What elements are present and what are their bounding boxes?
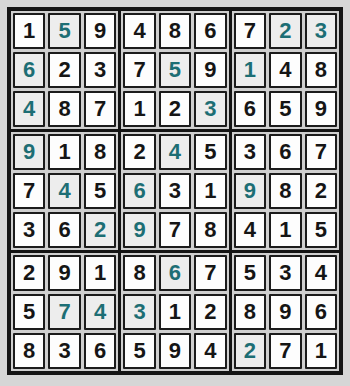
sudoku-cell-r6c9[interactable]: 5 bbox=[305, 212, 337, 248]
sudoku-cell-r8c3[interactable]: 4 bbox=[84, 294, 116, 330]
sudoku-cell-r8c6[interactable]: 2 bbox=[194, 294, 226, 330]
sudoku-box-5: 245631978 bbox=[121, 132, 228, 250]
sudoku-cell-r1c6[interactable]: 6 bbox=[194, 13, 226, 49]
sudoku-cell-r1c2[interactable]: 5 bbox=[48, 13, 80, 49]
sudoku-cell-r9c2[interactable]: 3 bbox=[48, 333, 80, 369]
sudoku-cell-r6c6[interactable]: 8 bbox=[194, 212, 226, 248]
sudoku-cell-r7c7[interactable]: 5 bbox=[234, 255, 266, 291]
sudoku-cell-r3c4[interactable]: 1 bbox=[123, 91, 155, 127]
sudoku-cell-r7c8[interactable]: 3 bbox=[269, 255, 301, 291]
sudoku-cell-r4c2[interactable]: 1 bbox=[48, 134, 80, 170]
sudoku-page: 159623487 486759123 723148659 918745362 … bbox=[0, 0, 350, 386]
sudoku-cell-r6c1[interactable]: 3 bbox=[13, 212, 45, 248]
sudoku-cell-r4c6[interactable]: 5 bbox=[194, 134, 226, 170]
sudoku-box-8: 867312594 bbox=[121, 253, 228, 371]
sudoku-cell-r2c7[interactable]: 1 bbox=[234, 52, 266, 88]
sudoku-cell-r6c4[interactable]: 9 bbox=[123, 212, 155, 248]
sudoku-cell-r4c5[interactable]: 4 bbox=[159, 134, 191, 170]
sudoku-cell-r8c8[interactable]: 9 bbox=[269, 294, 301, 330]
sudoku-cell-r1c1[interactable]: 1 bbox=[13, 13, 45, 49]
sudoku-cell-r8c4[interactable]: 3 bbox=[123, 294, 155, 330]
sudoku-cell-r9c6[interactable]: 4 bbox=[194, 333, 226, 369]
sudoku-cell-r3c7[interactable]: 6 bbox=[234, 91, 266, 127]
sudoku-cell-r9c3[interactable]: 6 bbox=[84, 333, 116, 369]
sudoku-cell-r2c9[interactable]: 8 bbox=[305, 52, 337, 88]
sudoku-cell-r7c5[interactable]: 6 bbox=[159, 255, 191, 291]
sudoku-cell-r1c5[interactable]: 8 bbox=[159, 13, 191, 49]
sudoku-cell-r2c8[interactable]: 4 bbox=[269, 52, 301, 88]
sudoku-cell-r6c2[interactable]: 6 bbox=[48, 212, 80, 248]
sudoku-cell-r6c3[interactable]: 2 bbox=[84, 212, 116, 248]
sudoku-cell-r5c5[interactable]: 3 bbox=[159, 173, 191, 209]
sudoku-cell-r3c1[interactable]: 4 bbox=[13, 91, 45, 127]
sudoku-cell-r2c2[interactable]: 2 bbox=[48, 52, 80, 88]
sudoku-cell-r5c2[interactable]: 4 bbox=[48, 173, 80, 209]
sudoku-cell-r8c2[interactable]: 7 bbox=[48, 294, 80, 330]
sudoku-cell-r5c1[interactable]: 7 bbox=[13, 173, 45, 209]
sudoku-cell-r9c4[interactable]: 5 bbox=[123, 333, 155, 369]
sudoku-box-1: 159623487 bbox=[11, 11, 118, 129]
sudoku-board: 159623487 486759123 723148659 918745362 … bbox=[7, 7, 343, 375]
sudoku-cell-r5c9[interactable]: 2 bbox=[305, 173, 337, 209]
sudoku-cell-r7c9[interactable]: 4 bbox=[305, 255, 337, 291]
sudoku-cell-r4c8[interactable]: 6 bbox=[269, 134, 301, 170]
sudoku-cell-r1c8[interactable]: 2 bbox=[269, 13, 301, 49]
sudoku-cell-r3c3[interactable]: 7 bbox=[84, 91, 116, 127]
sudoku-cell-r4c7[interactable]: 3 bbox=[234, 134, 266, 170]
sudoku-cell-r8c7[interactable]: 8 bbox=[234, 294, 266, 330]
sudoku-cell-r2c5[interactable]: 5 bbox=[159, 52, 191, 88]
sudoku-cell-r5c4[interactable]: 6 bbox=[123, 173, 155, 209]
sudoku-cell-r2c3[interactable]: 3 bbox=[84, 52, 116, 88]
sudoku-cell-r2c6[interactable]: 9 bbox=[194, 52, 226, 88]
sudoku-cell-r3c9[interactable]: 9 bbox=[305, 91, 337, 127]
sudoku-cell-r9c7[interactable]: 2 bbox=[234, 333, 266, 369]
sudoku-cell-r4c4[interactable]: 2 bbox=[123, 134, 155, 170]
sudoku-cell-r3c6[interactable]: 3 bbox=[194, 91, 226, 127]
sudoku-cell-r4c3[interactable]: 8 bbox=[84, 134, 116, 170]
sudoku-cell-r7c2[interactable]: 9 bbox=[48, 255, 80, 291]
sudoku-cell-r1c4[interactable]: 4 bbox=[123, 13, 155, 49]
sudoku-cell-r5c6[interactable]: 1 bbox=[194, 173, 226, 209]
sudoku-cell-r8c5[interactable]: 1 bbox=[159, 294, 191, 330]
sudoku-cell-r9c8[interactable]: 7 bbox=[269, 333, 301, 369]
sudoku-cell-r5c8[interactable]: 8 bbox=[269, 173, 301, 209]
sudoku-box-3: 723148659 bbox=[232, 11, 339, 129]
sudoku-cell-r3c2[interactable]: 8 bbox=[48, 91, 80, 127]
sudoku-cell-r5c7[interactable]: 9 bbox=[234, 173, 266, 209]
sudoku-cell-r1c7[interactable]: 7 bbox=[234, 13, 266, 49]
sudoku-cell-r1c9[interactable]: 3 bbox=[305, 13, 337, 49]
sudoku-cell-r7c1[interactable]: 2 bbox=[13, 255, 45, 291]
sudoku-cell-r7c4[interactable]: 8 bbox=[123, 255, 155, 291]
sudoku-box-6: 367982415 bbox=[232, 132, 339, 250]
sudoku-cell-r2c4[interactable]: 7 bbox=[123, 52, 155, 88]
sudoku-cell-r3c5[interactable]: 2 bbox=[159, 91, 191, 127]
sudoku-box-7: 291574836 bbox=[11, 253, 118, 371]
sudoku-cell-r8c9[interactable]: 6 bbox=[305, 294, 337, 330]
sudoku-cell-r5c3[interactable]: 5 bbox=[84, 173, 116, 209]
sudoku-cell-r7c3[interactable]: 1 bbox=[84, 255, 116, 291]
sudoku-cell-r1c3[interactable]: 9 bbox=[84, 13, 116, 49]
sudoku-box-2: 486759123 bbox=[121, 11, 228, 129]
sudoku-cell-r9c9[interactable]: 1 bbox=[305, 333, 337, 369]
sudoku-cell-r4c1[interactable]: 9 bbox=[13, 134, 45, 170]
sudoku-cell-r6c5[interactable]: 7 bbox=[159, 212, 191, 248]
sudoku-cell-r9c5[interactable]: 9 bbox=[159, 333, 191, 369]
sudoku-box-9: 534896271 bbox=[232, 253, 339, 371]
sudoku-cell-r2c1[interactable]: 6 bbox=[13, 52, 45, 88]
sudoku-cell-r9c1[interactable]: 8 bbox=[13, 333, 45, 369]
sudoku-box-4: 918745362 bbox=[11, 132, 118, 250]
sudoku-cell-r8c1[interactable]: 5 bbox=[13, 294, 45, 330]
sudoku-cell-r7c6[interactable]: 7 bbox=[194, 255, 226, 291]
sudoku-cell-r4c9[interactable]: 7 bbox=[305, 134, 337, 170]
sudoku-cell-r3c8[interactable]: 5 bbox=[269, 91, 301, 127]
sudoku-cell-r6c7[interactable]: 4 bbox=[234, 212, 266, 248]
sudoku-cell-r6c8[interactable]: 1 bbox=[269, 212, 301, 248]
